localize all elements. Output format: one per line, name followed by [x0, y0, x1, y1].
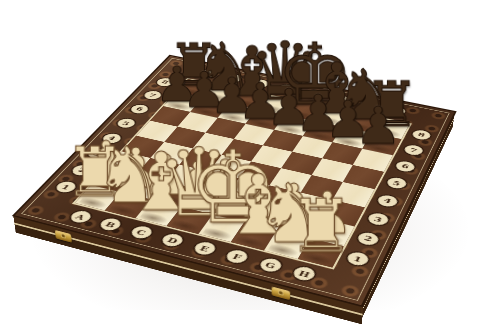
file-label-c: C	[128, 224, 155, 240]
chess-set-photo: ABCDEFGH ABCDEFGH 87654321 87654321 ♜♞♝♛…	[0, 0, 500, 333]
brass-clasp	[55, 230, 72, 243]
brass-clasp	[272, 287, 291, 301]
file-label-b: B	[97, 217, 124, 232]
file-label-g: G	[257, 257, 284, 274]
square-h7[interactable]: ♟	[362, 133, 401, 155]
rank-label-5: 5	[385, 176, 408, 190]
file-label-f: F	[224, 248, 251, 265]
rank-label-7: 7	[403, 144, 425, 157]
piece-black-pawn-h7[interactable]: ♟	[354, 100, 402, 152]
rank-label-2: 2	[356, 231, 381, 247]
rank-label-3: 3	[366, 212, 390, 227]
piece-white-rook-h1[interactable]: ♜	[288, 190, 343, 263]
rank-label-left-5: 5	[114, 117, 137, 129]
square-h1[interactable]: ♜	[298, 238, 344, 267]
rank-label-4: 4	[376, 194, 400, 208]
file-label-h: H	[291, 265, 318, 282]
file-label-d: D	[159, 232, 186, 248]
file-label-e: E	[191, 240, 218, 256]
rank-label-6: 6	[394, 160, 416, 173]
rank-label-left-6: 6	[128, 103, 151, 114]
file-label-a: A	[67, 209, 94, 224]
